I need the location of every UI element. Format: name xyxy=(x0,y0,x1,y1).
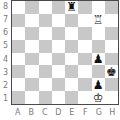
square-e8[interactable]: ♜ xyxy=(65,1,78,14)
square-f6[interactable] xyxy=(78,27,91,40)
square-b7[interactable] xyxy=(25,14,38,27)
square-g1[interactable]: ♔ xyxy=(92,91,105,104)
square-f4[interactable] xyxy=(78,53,91,66)
chess-diagram: 87654321 ♜♖♟♚♟♔ ABCDEFGH xyxy=(0,0,119,120)
square-d8[interactable] xyxy=(52,1,65,14)
white-king-g1[interactable]: ♔ xyxy=(93,92,104,104)
square-h4[interactable] xyxy=(105,53,118,66)
square-d5[interactable] xyxy=(52,40,65,53)
file-label-d: D xyxy=(52,105,66,120)
square-g4[interactable]: ♟ xyxy=(92,53,105,66)
square-h2[interactable] xyxy=(105,78,118,91)
square-c8[interactable] xyxy=(39,1,52,14)
square-d1[interactable] xyxy=(52,91,65,104)
square-d7[interactable] xyxy=(52,14,65,27)
square-f8[interactable] xyxy=(78,1,91,14)
square-c1[interactable] xyxy=(39,91,52,104)
file-label-g: G xyxy=(92,105,106,120)
square-h7[interactable] xyxy=(105,14,118,27)
square-a6[interactable] xyxy=(12,27,25,40)
square-g3[interactable] xyxy=(92,65,105,78)
square-g2[interactable]: ♟ xyxy=(92,78,105,91)
square-e1[interactable] xyxy=(65,91,78,104)
file-label-b: B xyxy=(25,105,39,120)
square-g7[interactable]: ♖ xyxy=(92,14,105,27)
square-h3[interactable]: ♚ xyxy=(105,65,118,78)
square-g8[interactable] xyxy=(92,1,105,14)
square-e4[interactable] xyxy=(65,53,78,66)
square-b5[interactable] xyxy=(25,40,38,53)
file-label-f: F xyxy=(79,105,93,120)
corner-spacer xyxy=(0,105,11,120)
square-f5[interactable] xyxy=(78,40,91,53)
rank-label-1: 1 xyxy=(0,92,11,105)
square-f7[interactable] xyxy=(78,14,91,27)
rank-label-5: 5 xyxy=(0,39,11,52)
black-rook-e8[interactable]: ♜ xyxy=(66,1,77,13)
square-a7[interactable] xyxy=(12,14,25,27)
square-e7[interactable] xyxy=(65,14,78,27)
square-a3[interactable] xyxy=(12,65,25,78)
square-g6[interactable] xyxy=(92,27,105,40)
chess-board: ♜♖♟♚♟♔ xyxy=(11,0,119,105)
square-g5[interactable] xyxy=(92,40,105,53)
square-e2[interactable] xyxy=(65,78,78,91)
square-d3[interactable] xyxy=(52,65,65,78)
rank-label-8: 8 xyxy=(0,0,11,13)
square-b8[interactable] xyxy=(25,1,38,14)
square-a1[interactable] xyxy=(12,91,25,104)
square-d6[interactable] xyxy=(52,27,65,40)
file-labels: ABCDEFGH xyxy=(11,105,119,120)
square-d4[interactable] xyxy=(52,53,65,66)
square-c5[interactable] xyxy=(39,40,52,53)
square-b3[interactable] xyxy=(25,65,38,78)
square-h1[interactable] xyxy=(105,91,118,104)
square-f2[interactable] xyxy=(78,78,91,91)
square-b6[interactable] xyxy=(25,27,38,40)
rank-labels: 87654321 xyxy=(0,0,11,105)
square-a2[interactable] xyxy=(12,78,25,91)
square-c2[interactable] xyxy=(39,78,52,91)
square-h8[interactable] xyxy=(105,1,118,14)
rank-label-3: 3 xyxy=(0,66,11,79)
square-b1[interactable] xyxy=(25,91,38,104)
square-d2[interactable] xyxy=(52,78,65,91)
square-a4[interactable] xyxy=(12,53,25,66)
white-rook-g7[interactable]: ♖ xyxy=(93,14,104,26)
square-a8[interactable] xyxy=(12,1,25,14)
rank-label-2: 2 xyxy=(0,79,11,92)
rank-label-6: 6 xyxy=(0,26,11,39)
square-c7[interactable] xyxy=(39,14,52,27)
square-b4[interactable] xyxy=(25,53,38,66)
square-c4[interactable] xyxy=(39,53,52,66)
black-king-h3[interactable]: ♚ xyxy=(106,66,117,78)
square-c3[interactable] xyxy=(39,65,52,78)
file-label-h: H xyxy=(106,105,120,120)
square-f3[interactable] xyxy=(78,65,91,78)
square-c6[interactable] xyxy=(39,27,52,40)
black-pawn-g2[interactable]: ♟ xyxy=(93,79,104,91)
square-f1[interactable] xyxy=(78,91,91,104)
square-e6[interactable] xyxy=(65,27,78,40)
square-h6[interactable] xyxy=(105,27,118,40)
rank-label-4: 4 xyxy=(0,53,11,66)
file-label-c: C xyxy=(38,105,52,120)
square-e3[interactable] xyxy=(65,65,78,78)
black-pawn-g4[interactable]: ♟ xyxy=(93,53,104,65)
square-b2[interactable] xyxy=(25,78,38,91)
square-e5[interactable] xyxy=(65,40,78,53)
square-a5[interactable] xyxy=(12,40,25,53)
file-label-a: A xyxy=(11,105,25,120)
square-h5[interactable] xyxy=(105,40,118,53)
file-label-e: E xyxy=(65,105,79,120)
rank-label-7: 7 xyxy=(0,13,11,26)
